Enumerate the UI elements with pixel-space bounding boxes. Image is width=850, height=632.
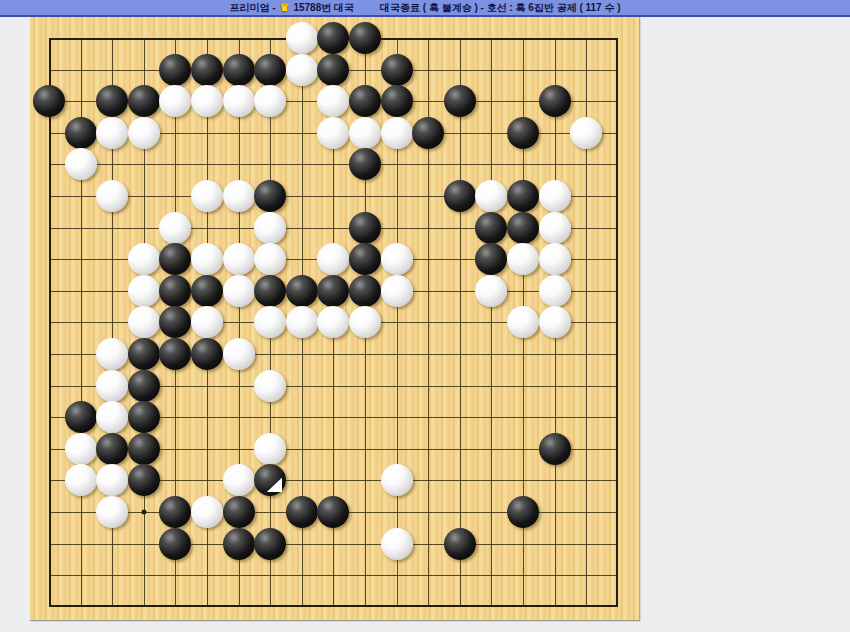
stone-white xyxy=(381,117,413,149)
stone-white xyxy=(317,243,349,275)
stone-black xyxy=(317,496,349,528)
stone-black xyxy=(507,212,539,244)
stone-white xyxy=(381,275,413,307)
stone-black xyxy=(128,370,160,402)
stone-white xyxy=(539,180,571,212)
stone-black xyxy=(317,22,349,54)
stone-black xyxy=(159,338,191,370)
stone-black xyxy=(254,275,286,307)
stone-black xyxy=(475,212,507,244)
stone-white xyxy=(381,464,413,496)
stone-white xyxy=(254,85,286,117)
stone-black xyxy=(507,496,539,528)
stone-black xyxy=(128,338,160,370)
stone-black xyxy=(444,528,476,560)
stone-white xyxy=(223,275,255,307)
stone-white xyxy=(507,306,539,338)
stone-white xyxy=(317,117,349,149)
stone-white xyxy=(317,85,349,117)
board-grid[interactable] xyxy=(49,38,618,607)
game-status-segment: 대국종료 ( 흑 불계승 ) - 호선 : 흑 6집반 공제 ( 117 수 ) xyxy=(380,1,621,15)
stone-black xyxy=(349,212,381,244)
star-point xyxy=(141,510,146,515)
stone-black xyxy=(254,464,286,496)
stone-white xyxy=(254,433,286,465)
stone-black xyxy=(539,433,571,465)
stone-white xyxy=(223,243,255,275)
stone-black xyxy=(444,180,476,212)
stone-white xyxy=(254,306,286,338)
stone-white xyxy=(349,117,381,149)
stone-white xyxy=(223,338,255,370)
stone-black xyxy=(159,275,191,307)
stone-black xyxy=(65,401,97,433)
stone-white xyxy=(475,275,507,307)
stone-white xyxy=(96,338,128,370)
stone-black xyxy=(349,148,381,180)
stone-black xyxy=(223,54,255,86)
stone-black xyxy=(223,496,255,528)
stone-black xyxy=(286,496,318,528)
stone-white xyxy=(65,148,97,180)
stone-black xyxy=(33,85,65,117)
stone-white xyxy=(191,496,223,528)
stone-black xyxy=(159,54,191,86)
stone-white xyxy=(317,306,349,338)
stone-white xyxy=(128,275,160,307)
stone-black xyxy=(507,117,539,149)
stone-white xyxy=(570,117,602,149)
stone-black xyxy=(128,464,160,496)
stone-black xyxy=(254,180,286,212)
stone-white xyxy=(191,180,223,212)
stone-black xyxy=(349,243,381,275)
stone-white xyxy=(191,306,223,338)
stone-white xyxy=(128,117,160,149)
stone-white xyxy=(381,243,413,275)
stone-white xyxy=(286,306,318,338)
stone-white xyxy=(191,85,223,117)
stone-white xyxy=(128,306,160,338)
stone-black xyxy=(96,85,128,117)
status-bar: 프리미엄 - ♛ 15788번 대국 대국종료 ( 흑 불계승 ) - 호선 :… xyxy=(0,0,850,17)
stone-white xyxy=(381,528,413,560)
stone-black xyxy=(317,54,349,86)
stone-black xyxy=(128,401,160,433)
stone-white xyxy=(159,212,191,244)
stone-white xyxy=(159,85,191,117)
stone-black xyxy=(286,275,318,307)
premium-label: 프리미엄 - xyxy=(229,1,275,15)
stone-white xyxy=(96,464,128,496)
stone-white xyxy=(539,243,571,275)
stone-black xyxy=(317,275,349,307)
stone-white xyxy=(349,306,381,338)
stone-white xyxy=(128,243,160,275)
stone-white xyxy=(286,54,318,86)
stone-white xyxy=(539,275,571,307)
stone-black xyxy=(381,85,413,117)
stone-black xyxy=(539,85,571,117)
stone-black xyxy=(159,496,191,528)
stone-black xyxy=(65,117,97,149)
stone-white xyxy=(191,243,223,275)
stone-black xyxy=(254,528,286,560)
go-board xyxy=(30,17,640,621)
stone-black xyxy=(191,338,223,370)
stone-white xyxy=(475,180,507,212)
stone-white xyxy=(507,243,539,275)
stone-black xyxy=(96,433,128,465)
stone-white xyxy=(65,464,97,496)
stone-white xyxy=(223,180,255,212)
stone-white xyxy=(96,401,128,433)
stone-white xyxy=(223,85,255,117)
page: 프리미엄 - ♛ 15788번 대국 대국종료 ( 흑 불계승 ) - 호선 :… xyxy=(0,0,850,632)
stone-white xyxy=(96,496,128,528)
game-number-label: 15788번 대국 xyxy=(293,1,354,15)
stone-black xyxy=(349,85,381,117)
stone-black xyxy=(223,528,255,560)
stone-black xyxy=(349,275,381,307)
stone-black xyxy=(349,22,381,54)
game-title-segment: 프리미엄 - ♛ 15788번 대국 xyxy=(229,1,354,15)
stone-white xyxy=(254,243,286,275)
stone-white xyxy=(539,212,571,244)
stone-white xyxy=(223,464,255,496)
stone-black xyxy=(444,85,476,117)
stone-black xyxy=(191,275,223,307)
stone-white xyxy=(254,212,286,244)
stone-white xyxy=(254,370,286,402)
stone-black xyxy=(191,54,223,86)
stone-black xyxy=(159,243,191,275)
game-result-label: 대국종료 ( 흑 불계승 ) - 호선 : 흑 6집반 공제 ( 117 수 ) xyxy=(380,1,621,15)
stone-white xyxy=(96,117,128,149)
stone-white xyxy=(286,22,318,54)
stone-black xyxy=(159,528,191,560)
stone-black xyxy=(475,243,507,275)
stone-black xyxy=(381,54,413,86)
stone-white xyxy=(65,433,97,465)
stone-black xyxy=(412,117,444,149)
stone-white xyxy=(96,370,128,402)
crown-icon: ♛ xyxy=(280,2,290,13)
stone-black xyxy=(159,306,191,338)
stone-black xyxy=(254,54,286,86)
stone-black xyxy=(128,433,160,465)
stone-black xyxy=(507,180,539,212)
stone-white xyxy=(539,306,571,338)
stone-white xyxy=(96,180,128,212)
stone-black xyxy=(128,85,160,117)
last-move-marker xyxy=(266,477,282,492)
